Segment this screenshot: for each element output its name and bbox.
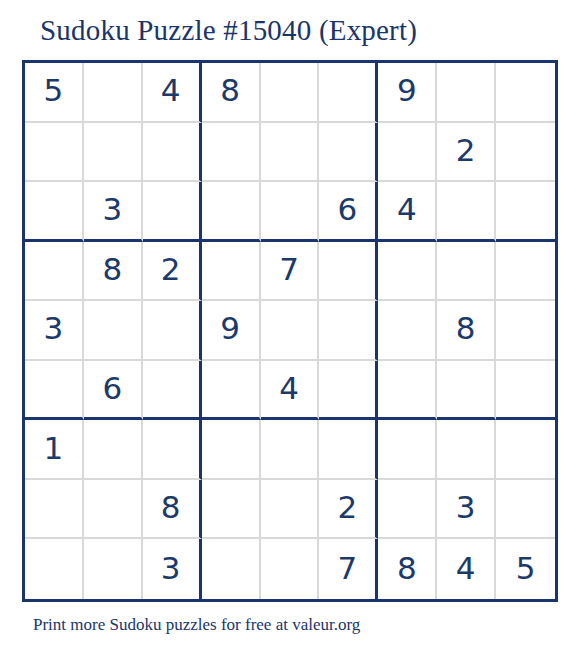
cell-r7c1[interactable]: 1 [25,420,84,480]
cell-r3c7[interactable]: 4 [378,182,437,242]
cell-r8c4[interactable] [202,480,261,540]
cell-r1c2[interactable] [84,63,143,123]
cell-r8c6[interactable]: 2 [319,480,378,540]
cell-r3c2[interactable]: 3 [84,182,143,242]
cell-r9c2[interactable] [84,539,143,599]
cell-r9c8[interactable]: 4 [437,539,496,599]
cell-r4c8[interactable] [437,242,496,302]
cell-r4c7[interactable] [378,242,437,302]
cell-r6c3[interactable] [143,361,202,421]
cell-r8c7[interactable] [378,480,437,540]
cell-r9c1[interactable] [25,539,84,599]
cell-r2c9[interactable] [496,123,555,183]
cell-r6c7[interactable] [378,361,437,421]
sudoku-page: { "page": { "title": "Sudoku Puzzle #150… [0,0,580,651]
cell-r8c9[interactable] [496,480,555,540]
cell-r2c6[interactable] [319,123,378,183]
cell-r5c2[interactable] [84,301,143,361]
cell-r7c4[interactable] [202,420,261,480]
cell-r5c1[interactable]: 3 [25,301,84,361]
cell-r8c1[interactable] [25,480,84,540]
cell-r6c5[interactable]: 4 [261,361,320,421]
cell-r2c4[interactable] [202,123,261,183]
cell-r1c6[interactable] [319,63,378,123]
cell-r1c4[interactable]: 8 [202,63,261,123]
cell-r8c5[interactable] [261,480,320,540]
cell-r5c7[interactable] [378,301,437,361]
cell-r2c5[interactable] [261,123,320,183]
cell-r7c5[interactable] [261,420,320,480]
cell-r5c4[interactable]: 9 [202,301,261,361]
cell-r1c8[interactable] [437,63,496,123]
sudoku-board: 5489236482739864182337845 [22,60,558,602]
cell-r9c7[interactable]: 8 [378,539,437,599]
cell-r5c6[interactable] [319,301,378,361]
cell-r9c9[interactable]: 5 [496,539,555,599]
cell-r7c6[interactable] [319,420,378,480]
cell-r4c4[interactable] [202,242,261,302]
cell-r4c2[interactable]: 8 [84,242,143,302]
cell-r7c7[interactable] [378,420,437,480]
cell-r5c8[interactable]: 8 [437,301,496,361]
cell-r4c3[interactable]: 2 [143,242,202,302]
footer-text: Print more Sudoku puzzles for free at va… [33,615,360,635]
cell-r4c5[interactable]: 7 [261,242,320,302]
cell-r6c6[interactable] [319,361,378,421]
cell-r5c9[interactable] [496,301,555,361]
cell-r6c8[interactable] [437,361,496,421]
cell-r6c4[interactable] [202,361,261,421]
cell-r8c2[interactable] [84,480,143,540]
cell-r4c1[interactable] [25,242,84,302]
cell-r9c6[interactable]: 7 [319,539,378,599]
page-title: Sudoku Puzzle #15040 (Expert) [40,14,580,47]
cell-r8c8[interactable]: 3 [437,480,496,540]
cell-r3c8[interactable] [437,182,496,242]
cell-r2c3[interactable] [143,123,202,183]
cell-r3c6[interactable]: 6 [319,182,378,242]
cell-r9c5[interactable] [261,539,320,599]
cell-r7c2[interactable] [84,420,143,480]
cell-r3c9[interactable] [496,182,555,242]
cell-r5c5[interactable] [261,301,320,361]
cell-r2c1[interactable] [25,123,84,183]
cell-r3c5[interactable] [261,182,320,242]
cell-r3c4[interactable] [202,182,261,242]
cell-r1c7[interactable]: 9 [378,63,437,123]
cell-r2c8[interactable]: 2 [437,123,496,183]
cell-r9c4[interactable] [202,539,261,599]
cell-r3c3[interactable] [143,182,202,242]
cell-r2c7[interactable] [378,123,437,183]
cell-r9c3[interactable]: 3 [143,539,202,599]
cell-r2c2[interactable] [84,123,143,183]
cell-r4c9[interactable] [496,242,555,302]
cell-r1c5[interactable] [261,63,320,123]
cell-r1c9[interactable] [496,63,555,123]
cell-r6c1[interactable] [25,361,84,421]
cell-r1c1[interactable]: 5 [25,63,84,123]
cell-r7c8[interactable] [437,420,496,480]
cell-r1c3[interactable]: 4 [143,63,202,123]
cell-r3c1[interactable] [25,182,84,242]
cell-r5c3[interactable] [143,301,202,361]
cell-r6c9[interactable] [496,361,555,421]
cell-r7c9[interactable] [496,420,555,480]
cell-r6c2[interactable]: 6 [84,361,143,421]
cell-r8c3[interactable]: 8 [143,480,202,540]
cell-r4c6[interactable] [319,242,378,302]
cell-r7c3[interactable] [143,420,202,480]
